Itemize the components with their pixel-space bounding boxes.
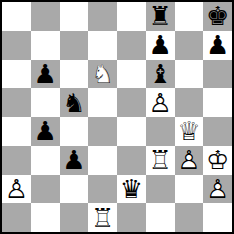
square-g1[interactable]	[175, 203, 204, 232]
square-b7[interactable]	[31, 31, 60, 60]
square-b3[interactable]	[31, 146, 60, 175]
square-h1[interactable]	[203, 203, 232, 232]
square-d6[interactable]: ♞♘	[88, 60, 117, 89]
square-h2[interactable]: ♟♙	[203, 175, 232, 204]
square-b6[interactable]: ♟	[31, 60, 60, 89]
white-pawn-icon: ♟♙	[177, 147, 200, 173]
square-f3[interactable]: ♜♖	[146, 146, 175, 175]
square-d1[interactable]: ♜♖	[88, 203, 117, 232]
square-c2[interactable]	[60, 175, 89, 204]
square-c5[interactable]: ♞	[60, 88, 89, 117]
square-e3[interactable]	[117, 146, 146, 175]
square-f1[interactable]	[146, 203, 175, 232]
square-f6[interactable]: ♝	[146, 60, 175, 89]
square-e5[interactable]	[117, 88, 146, 117]
square-a1[interactable]	[2, 203, 31, 232]
square-e2[interactable]: ♛	[117, 175, 146, 204]
square-e7[interactable]	[117, 31, 146, 60]
chess-board: ♜♚♟♟♟♞♘♝♞♟♙♟♛♕♟♜♖♟♙♚♔♟♙♛♟♙♜♖	[0, 0, 234, 234]
white-rook-icon: ♜♖	[91, 205, 114, 231]
square-d5[interactable]	[88, 88, 117, 117]
square-c6[interactable]	[60, 60, 89, 89]
white-knight-icon: ♞♘	[91, 61, 114, 87]
square-b2[interactable]	[31, 175, 60, 204]
black-pawn-icon: ♟	[33, 61, 56, 87]
square-e4[interactable]	[117, 117, 146, 146]
white-pawn-icon: ♟♙	[148, 90, 171, 116]
square-h7[interactable]: ♟	[203, 31, 232, 60]
square-g2[interactable]	[175, 175, 204, 204]
black-queen-icon: ♛	[120, 176, 143, 202]
square-e6[interactable]	[117, 60, 146, 89]
square-d4[interactable]	[88, 117, 117, 146]
square-e8[interactable]	[117, 2, 146, 31]
square-f2[interactable]	[146, 175, 175, 204]
square-b4[interactable]: ♟	[31, 117, 60, 146]
square-f4[interactable]	[146, 117, 175, 146]
white-queen-icon: ♛♕	[177, 118, 200, 144]
square-h5[interactable]	[203, 88, 232, 117]
square-g7[interactable]	[175, 31, 204, 60]
square-c8[interactable]	[60, 2, 89, 31]
square-c3[interactable]: ♟	[60, 146, 89, 175]
square-d3[interactable]	[88, 146, 117, 175]
square-c7[interactable]	[60, 31, 89, 60]
square-a8[interactable]	[2, 2, 31, 31]
square-b5[interactable]	[31, 88, 60, 117]
square-a6[interactable]	[2, 60, 31, 89]
black-pawn-icon: ♟	[148, 32, 171, 58]
black-bishop-icon: ♝	[148, 61, 171, 87]
black-king-icon: ♚	[206, 3, 229, 29]
square-d7[interactable]	[88, 31, 117, 60]
square-a5[interactable]	[2, 88, 31, 117]
square-h3[interactable]: ♚♔	[203, 146, 232, 175]
black-pawn-icon: ♟	[33, 118, 56, 144]
black-rook-icon: ♜	[148, 3, 171, 29]
square-g6[interactable]	[175, 60, 204, 89]
square-a3[interactable]	[2, 146, 31, 175]
square-b8[interactable]	[31, 2, 60, 31]
white-king-icon: ♚♔	[206, 147, 229, 173]
black-knight-icon: ♞	[62, 90, 85, 116]
black-pawn-icon: ♟	[62, 147, 85, 173]
square-a4[interactable]	[2, 117, 31, 146]
black-pawn-icon: ♟	[206, 32, 229, 58]
square-c4[interactable]	[60, 117, 89, 146]
square-e1[interactable]	[117, 203, 146, 232]
square-a2[interactable]: ♟♙	[2, 175, 31, 204]
square-h6[interactable]	[203, 60, 232, 89]
square-a7[interactable]	[2, 31, 31, 60]
square-d2[interactable]	[88, 175, 117, 204]
chess-board-grid: ♜♚♟♟♟♞♘♝♞♟♙♟♛♕♟♜♖♟♙♚♔♟♙♛♟♙♜♖	[2, 2, 232, 232]
square-g4[interactable]: ♛♕	[175, 117, 204, 146]
square-f8[interactable]: ♜	[146, 2, 175, 31]
square-g5[interactable]	[175, 88, 204, 117]
square-c1[interactable]	[60, 203, 89, 232]
square-h4[interactable]	[203, 117, 232, 146]
square-d8[interactable]	[88, 2, 117, 31]
square-f5[interactable]: ♟♙	[146, 88, 175, 117]
square-g8[interactable]	[175, 2, 204, 31]
square-h8[interactable]: ♚	[203, 2, 232, 31]
white-rook-icon: ♜♖	[148, 147, 171, 173]
white-pawn-icon: ♟♙	[5, 176, 28, 202]
square-f7[interactable]: ♟	[146, 31, 175, 60]
square-g3[interactable]: ♟♙	[175, 146, 204, 175]
square-b1[interactable]	[31, 203, 60, 232]
white-pawn-icon: ♟♙	[206, 176, 229, 202]
